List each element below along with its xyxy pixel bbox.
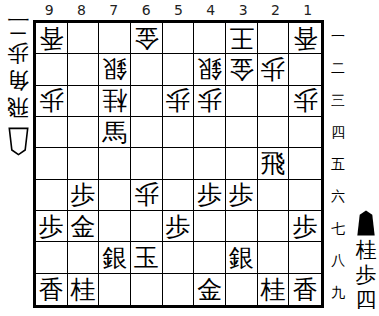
square-78[interactable]: 銀 bbox=[99, 242, 131, 273]
square-68[interactable]: 玉 bbox=[131, 242, 163, 273]
square-54[interactable] bbox=[163, 117, 195, 148]
sente-piece-歩: 歩 bbox=[39, 214, 64, 239]
file-label-6: 6 bbox=[130, 0, 162, 19]
square-17[interactable]: 歩 bbox=[289, 211, 321, 242]
square-37[interactable] bbox=[226, 211, 258, 242]
file-label-9: 9 bbox=[33, 0, 65, 19]
square-77[interactable] bbox=[99, 211, 131, 242]
gote-piece-銀: 銀 bbox=[102, 57, 127, 82]
square-47[interactable] bbox=[194, 211, 226, 242]
square-46[interactable]: 歩 bbox=[194, 180, 226, 211]
gote-hand: 二歩角飛 bbox=[5, 13, 31, 157]
file-label-4: 4 bbox=[195, 0, 227, 19]
square-97[interactable]: 歩 bbox=[36, 211, 68, 242]
sente-piece-銀: 銀 bbox=[102, 245, 127, 270]
square-96[interactable] bbox=[36, 180, 68, 211]
sente-piece-香: 香 bbox=[293, 277, 318, 302]
square-87[interactable]: 金 bbox=[68, 211, 100, 242]
gote-piece-歩: 歩 bbox=[260, 57, 285, 82]
sente-hand-piece-歩[interactable]: 歩 bbox=[356, 263, 377, 288]
square-59[interactable] bbox=[163, 274, 195, 305]
gote-piece-marker-icon bbox=[7, 126, 30, 157]
sente-hand-piece-四[interactable]: 四 bbox=[356, 288, 377, 313]
sente-piece-銀: 銀 bbox=[229, 245, 254, 270]
rank-label-七: 七 bbox=[328, 212, 348, 244]
square-66[interactable]: 歩 bbox=[131, 180, 163, 211]
sente-piece-馬: 馬 bbox=[102, 120, 127, 145]
square-91[interactable]: 香 bbox=[36, 23, 68, 54]
file-label-8: 8 bbox=[65, 0, 97, 19]
shogi-diagram: 987654321 香金王香銀銀金歩歩桂歩歩歩馬飛歩歩歩歩歩金歩歩銀玉銀香桂金桂… bbox=[0, 0, 379, 316]
square-31[interactable]: 王 bbox=[226, 23, 258, 54]
square-32[interactable]: 金 bbox=[226, 54, 258, 85]
square-19[interactable]: 香 bbox=[289, 274, 321, 305]
rank-label-一: 一 bbox=[328, 20, 348, 52]
gote-piece-香: 香 bbox=[293, 26, 318, 51]
square-49[interactable]: 金 bbox=[194, 274, 226, 305]
sente-hand-piece-桂[interactable]: 桂 bbox=[356, 238, 377, 263]
file-label-3: 3 bbox=[227, 0, 259, 19]
square-79[interactable] bbox=[99, 274, 131, 305]
square-58[interactable] bbox=[163, 242, 195, 273]
sente-hand: 桂歩四 bbox=[353, 210, 379, 313]
square-56[interactable] bbox=[163, 180, 195, 211]
square-16[interactable] bbox=[289, 180, 321, 211]
rank-label-二: 二 bbox=[328, 52, 348, 84]
square-98[interactable] bbox=[36, 242, 68, 273]
square-22[interactable]: 歩 bbox=[258, 54, 290, 85]
square-81[interactable] bbox=[68, 23, 100, 54]
square-48[interactable] bbox=[194, 242, 226, 273]
rank-label-五: 五 bbox=[328, 148, 348, 180]
square-53[interactable]: 歩 bbox=[163, 86, 195, 117]
square-92[interactable] bbox=[36, 54, 68, 85]
square-86[interactable]: 歩 bbox=[68, 180, 100, 211]
square-83[interactable] bbox=[68, 86, 100, 117]
gote-piece-歩: 歩 bbox=[293, 88, 318, 113]
sente-hand-pieces: 桂歩四 bbox=[356, 238, 377, 313]
sente-piece-桂: 桂 bbox=[260, 277, 285, 302]
sente-piece-香: 香 bbox=[39, 277, 64, 302]
sente-piece-歩: 歩 bbox=[293, 214, 318, 239]
sente-piece-飛: 飛 bbox=[260, 151, 285, 176]
sente-piece-玉: 玉 bbox=[134, 245, 159, 270]
square-27[interactable] bbox=[258, 211, 290, 242]
square-85[interactable] bbox=[68, 148, 100, 179]
gote-piece-歩: 歩 bbox=[39, 88, 64, 113]
square-43[interactable]: 歩 bbox=[194, 86, 226, 117]
sente-piece-金: 金 bbox=[197, 277, 222, 302]
square-88[interactable] bbox=[68, 242, 100, 273]
square-28[interactable] bbox=[258, 242, 290, 273]
sente-piece-歩: 歩 bbox=[197, 182, 222, 207]
square-35[interactable] bbox=[226, 148, 258, 179]
gote-piece-歩: 歩 bbox=[197, 88, 222, 113]
square-18[interactable] bbox=[289, 242, 321, 273]
gote-piece-香: 香 bbox=[39, 26, 64, 51]
square-62[interactable] bbox=[131, 54, 163, 85]
gote-hand-piece-角[interactable]: 角 bbox=[7, 67, 29, 94]
file-label-5: 5 bbox=[162, 0, 194, 19]
file-label-7: 7 bbox=[98, 0, 130, 19]
sente-piece-金: 金 bbox=[70, 214, 95, 239]
square-39[interactable] bbox=[226, 274, 258, 305]
gote-hand-piece-歩[interactable]: 歩 bbox=[7, 40, 29, 67]
square-23[interactable] bbox=[258, 86, 290, 117]
square-42[interactable]: 銀 bbox=[194, 54, 226, 85]
file-labels: 987654321 bbox=[33, 0, 324, 19]
gote-hand-piece-飛[interactable]: 飛 bbox=[7, 94, 29, 121]
square-72[interactable]: 銀 bbox=[99, 54, 131, 85]
rank-label-四: 四 bbox=[328, 116, 348, 148]
gote-piece-歩: 歩 bbox=[134, 182, 159, 207]
square-93[interactable]: 歩 bbox=[36, 86, 68, 117]
file-label-2: 2 bbox=[259, 0, 291, 19]
rank-labels: 一二三四五六七八九 bbox=[328, 20, 348, 308]
square-74[interactable]: 馬 bbox=[99, 117, 131, 148]
square-94[interactable] bbox=[36, 117, 68, 148]
square-11[interactable]: 香 bbox=[289, 23, 321, 54]
square-45[interactable] bbox=[194, 148, 226, 179]
square-64[interactable] bbox=[131, 117, 163, 148]
square-51[interactable] bbox=[163, 23, 195, 54]
square-26[interactable] bbox=[258, 180, 290, 211]
square-82[interactable] bbox=[68, 54, 100, 85]
square-29[interactable]: 桂 bbox=[258, 274, 290, 305]
file-label-1: 1 bbox=[292, 0, 324, 19]
square-84[interactable] bbox=[68, 117, 100, 148]
square-13[interactable]: 歩 bbox=[289, 86, 321, 117]
rank-label-六: 六 bbox=[328, 180, 348, 212]
square-65[interactable] bbox=[131, 148, 163, 179]
square-14[interactable] bbox=[289, 117, 321, 148]
square-63[interactable] bbox=[131, 86, 163, 117]
square-71[interactable] bbox=[99, 23, 131, 54]
square-61[interactable]: 金 bbox=[131, 23, 163, 54]
square-41[interactable] bbox=[194, 23, 226, 54]
square-34[interactable] bbox=[226, 117, 258, 148]
gote-piece-金: 金 bbox=[134, 26, 159, 51]
gote-hand-piece-二[interactable]: 二 bbox=[7, 13, 29, 40]
square-57[interactable]: 歩 bbox=[163, 211, 195, 242]
gote-piece-桂: 桂 bbox=[102, 88, 127, 113]
sente-piece-歩: 歩 bbox=[70, 182, 95, 207]
square-36[interactable]: 歩 bbox=[226, 180, 258, 211]
square-24[interactable] bbox=[258, 117, 290, 148]
square-15[interactable] bbox=[289, 148, 321, 179]
square-99[interactable]: 香 bbox=[36, 274, 68, 305]
square-44[interactable] bbox=[194, 117, 226, 148]
sente-piece-歩: 歩 bbox=[229, 182, 254, 207]
square-38[interactable]: 銀 bbox=[226, 242, 258, 273]
rank-label-八: 八 bbox=[328, 244, 348, 276]
square-75[interactable] bbox=[99, 148, 131, 179]
square-55[interactable] bbox=[163, 148, 195, 179]
square-33[interactable] bbox=[226, 86, 258, 117]
sente-piece-歩: 歩 bbox=[165, 214, 190, 239]
square-67[interactable] bbox=[131, 211, 163, 242]
square-89[interactable]: 桂 bbox=[68, 274, 100, 305]
square-52[interactable] bbox=[163, 54, 195, 85]
rank-label-三: 三 bbox=[328, 84, 348, 116]
gote-hand-pieces: 二歩角飛 bbox=[7, 13, 29, 121]
square-69[interactable] bbox=[131, 274, 163, 305]
rank-label-九: 九 bbox=[328, 276, 348, 308]
square-25[interactable]: 飛 bbox=[258, 148, 290, 179]
square-73[interactable]: 桂 bbox=[99, 86, 131, 117]
square-21[interactable] bbox=[258, 23, 290, 54]
square-95[interactable] bbox=[36, 148, 68, 179]
sente-piece-marker-icon bbox=[355, 210, 377, 236]
sente-piece-桂: 桂 bbox=[70, 277, 95, 302]
gote-piece-金: 金 bbox=[229, 57, 254, 82]
gote-piece-銀: 銀 bbox=[197, 57, 222, 82]
board: 香金王香銀銀金歩歩桂歩歩歩馬飛歩歩歩歩歩金歩歩銀玉銀香桂金桂香 bbox=[33, 20, 324, 308]
gote-piece-王: 王 bbox=[229, 26, 254, 51]
gote-piece-歩: 歩 bbox=[165, 88, 190, 113]
square-12[interactable] bbox=[289, 54, 321, 85]
square-76[interactable] bbox=[99, 180, 131, 211]
